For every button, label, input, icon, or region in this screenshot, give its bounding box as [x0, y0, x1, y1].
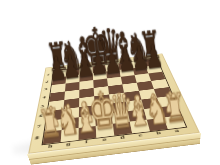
square-h6[interactable] — [46, 109, 63, 121]
square-c3[interactable] — [121, 75, 137, 84]
file-label-h: h — [45, 144, 55, 150]
rank-label-8: 8 — [32, 136, 42, 141]
product-photo: ♜♞♝♚♛♝♞♜♟♟♟♟♟♟♟♟♟♟♟♟♟♟♟♟♜♞♝♚♛♝♞♜ 1234567… — [0, 0, 220, 165]
piece-black-pawn: ♟ — [142, 40, 164, 74]
board-perspective-wrap: ♜♞♝♚♛♝♞♜♟♟♟♟♟♟♟♟♟♟♟♟♟♟♟♟♜♞♝♚♛♝♞♜ 1234567… — [28, 53, 200, 153]
square-f8[interactable]: ♝ — [79, 126, 97, 140]
square-b5[interactable] — [139, 89, 157, 100]
square-f4[interactable] — [79, 88, 94, 98]
rank-label-2: 2 — [43, 80, 51, 83]
rank-label-4: 4 — [40, 96, 48, 100]
square-h7[interactable]: ♟ — [45, 119, 63, 132]
square-c8[interactable]: ♝ — [130, 120, 150, 134]
chess-set: ♜♞♝♚♛♝♞♜♟♟♟♟♟♟♟♟♟♟♟♟♟♟♟♟♜♞♝♚♛♝♞♜ 1234567… — [30, 16, 186, 165]
board-grid: ♜♞♝♚♛♝♞♜♟♟♟♟♟♟♟♟♟♟♟♟♟♟♟♟♜♞♝♚♛♝♞♜ — [42, 58, 188, 145]
square-g8[interactable]: ♞ — [61, 128, 79, 142]
file-label-b: b — [153, 130, 164, 135]
rank-label-5: 5 — [38, 104, 47, 108]
file-label-e: e — [99, 137, 109, 142]
file-label-c: c — [135, 133, 146, 138]
square-a8[interactable]: ♜ — [164, 115, 186, 128]
rank-label-3: 3 — [42, 88, 50, 92]
square-h8[interactable]: ♜ — [43, 130, 62, 144]
square-h3[interactable] — [51, 84, 66, 94]
square-d4[interactable] — [108, 84, 124, 94]
chess-board: ♜♞♝♚♛♝♞♜♟♟♟♟♟♟♟♟♟♟♟♟♟♟♟♟♜♞♝♚♛♝♞♜ 1234567… — [28, 53, 200, 153]
rank-label-7: 7 — [34, 124, 44, 129]
square-b8[interactable]: ♞ — [147, 118, 168, 132]
rank-label-6: 6 — [36, 114, 45, 118]
square-f7[interactable]: ♟ — [79, 115, 96, 128]
square-b6[interactable] — [141, 98, 160, 109]
square-a4[interactable] — [151, 79, 169, 89]
square-a5[interactable] — [154, 87, 173, 98]
square-e8[interactable]: ♚ — [96, 124, 115, 138]
rank-label-1: 1 — [45, 73, 52, 76]
square-d5[interactable] — [109, 93, 126, 104]
